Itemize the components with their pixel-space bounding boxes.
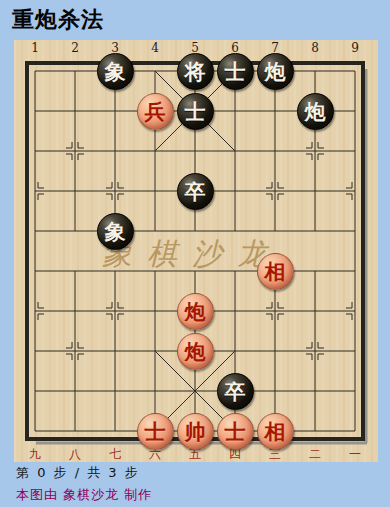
credit-text: 本图由 象棋沙龙 制作	[16, 486, 152, 504]
piece-black-advisor[interactable]: 士	[177, 93, 214, 130]
piece-black-advisor[interactable]: 士	[217, 53, 254, 90]
piece-red-advisor[interactable]: 士	[137, 413, 174, 450]
xiangqi-board: 123456789 九八七六五四三二一 象棋沙龙 象将士炮兵士炮卒象相炮炮卒士帅…	[14, 40, 378, 462]
piece-black-general[interactable]: 将	[177, 53, 214, 90]
page-title: 重炮杀法	[12, 5, 104, 35]
piece-red-general[interactable]: 帅	[177, 413, 214, 450]
move-counter: 第 0 步 / 共 3 步	[16, 464, 140, 482]
board-intersections[interactable]: 象将士炮兵士炮卒象相炮炮卒士帅士相	[15, 51, 375, 451]
piece-red-soldier[interactable]: 兵	[137, 93, 174, 130]
piece-red-cannon[interactable]: 炮	[177, 333, 214, 370]
piece-black-cannon[interactable]: 炮	[297, 93, 334, 130]
piece-red-cannon[interactable]: 炮	[177, 293, 214, 330]
piece-red-elephant[interactable]: 相	[257, 253, 294, 290]
piece-black-elephant[interactable]: 象	[97, 53, 134, 90]
piece-black-soldier[interactable]: 卒	[177, 173, 214, 210]
piece-red-elephant[interactable]: 相	[257, 413, 294, 450]
piece-black-elephant[interactable]: 象	[97, 213, 134, 250]
piece-red-advisor[interactable]: 士	[217, 413, 254, 450]
piece-black-soldier[interactable]: 卒	[217, 373, 254, 410]
piece-black-cannon[interactable]: 炮	[257, 53, 294, 90]
